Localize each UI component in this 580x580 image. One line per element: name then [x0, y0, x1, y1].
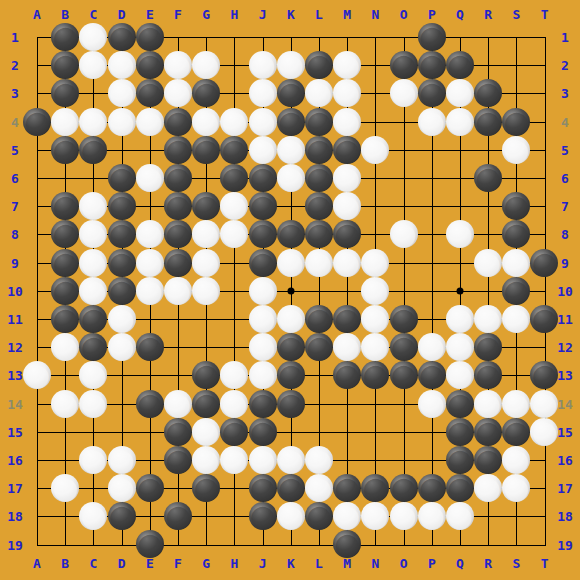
white-stone-Q4: ●: [446, 108, 474, 136]
cell-R7[interactable]: [474, 192, 502, 220]
cell-F18[interactable]: ●: [164, 502, 192, 530]
cell-F19[interactable]: [164, 530, 192, 558]
cell-B14[interactable]: ●: [51, 389, 79, 417]
white-stone-B12: ●: [51, 333, 79, 361]
black-stone-L12: ●: [305, 333, 333, 361]
col-label-top-D: D: [118, 7, 126, 22]
white-stone-E6: ●: [136, 164, 164, 192]
cell-A14[interactable]: [23, 389, 51, 417]
white-stone-Q18: ●: [446, 502, 474, 530]
row-label-left-15: 15: [7, 424, 23, 439]
row-label-left-18: 18: [7, 509, 23, 524]
cell-S11[interactable]: ●: [502, 305, 530, 333]
col-label-bottom-L: L: [315, 556, 323, 571]
cell-T2[interactable]: [530, 51, 558, 79]
white-stone-B14: ●: [51, 390, 79, 418]
cell-F16[interactable]: ●: [164, 446, 192, 474]
cell-P7[interactable]: [418, 192, 446, 220]
col-label-top-Q: Q: [456, 7, 464, 22]
cell-P14[interactable]: ●: [418, 389, 446, 417]
cell-N13[interactable]: ●: [361, 361, 389, 389]
col-label-bottom-D: D: [118, 556, 126, 571]
black-stone-G17: ●: [192, 474, 220, 502]
black-stone-F18: ●: [164, 502, 192, 530]
cell-P10[interactable]: [418, 277, 446, 305]
row-label-right-17: 17: [557, 481, 573, 496]
cell-H17[interactable]: [220, 474, 248, 502]
cell-K14[interactable]: ●: [277, 389, 305, 417]
row-label-right-14: 14: [557, 396, 573, 411]
white-stone-E10: ●: [136, 277, 164, 305]
cell-Q5[interactable]: [446, 136, 474, 164]
row-label-right-3: 3: [561, 86, 569, 101]
cell-O3[interactable]: ●: [389, 79, 417, 107]
white-stone-P4: ●: [418, 108, 446, 136]
cell-A5[interactable]: [23, 136, 51, 164]
cell-D4[interactable]: ●: [108, 108, 136, 136]
row-label-left-3: 3: [11, 86, 19, 101]
go-board: ●●●●●●●●●●●●●●●●●●●●●●●●●●●●●●●●●●●●●●●●…: [0, 0, 580, 580]
cell-A18[interactable]: [23, 502, 51, 530]
black-stone-K14: ●: [277, 390, 305, 418]
cell-G17[interactable]: ●: [192, 474, 220, 502]
cell-C18[interactable]: ●: [79, 502, 107, 530]
row-label-left-14: 14: [7, 396, 23, 411]
col-label-bottom-N: N: [371, 556, 379, 571]
white-stone-L9: ●: [305, 249, 333, 277]
cell-B19[interactable]: [51, 530, 79, 558]
cell-T5[interactable]: [530, 136, 558, 164]
cell-R9[interactable]: ●: [474, 249, 502, 277]
black-stone-E14: ●: [136, 390, 164, 418]
white-stone-S17: ●: [502, 474, 530, 502]
cell-T16[interactable]: [530, 446, 558, 474]
cell-Q19[interactable]: [446, 530, 474, 558]
row-label-left-11: 11: [7, 312, 23, 327]
cell-A15[interactable]: [23, 418, 51, 446]
cell-D13[interactable]: [108, 361, 136, 389]
cell-Q4[interactable]: ●: [446, 108, 474, 136]
cell-F12[interactable]: [164, 333, 192, 361]
col-label-top-F: F: [174, 7, 182, 22]
cell-C14[interactable]: ●: [79, 389, 107, 417]
cell-H11[interactable]: [220, 305, 248, 333]
col-label-top-L: L: [315, 7, 323, 22]
cell-A17[interactable]: [23, 474, 51, 502]
black-stone-T11: ●: [530, 305, 558, 333]
row-label-left-4: 4: [11, 114, 19, 129]
black-stone-D18: ●: [108, 502, 136, 530]
col-label-top-R: R: [484, 7, 492, 22]
cell-Q9[interactable]: [446, 249, 474, 277]
col-label-bottom-K: K: [287, 556, 295, 571]
white-stone-C2: ●: [79, 51, 107, 79]
cell-T17[interactable]: [530, 474, 558, 502]
cell-P19[interactable]: [418, 530, 446, 558]
cell-D14[interactable]: [108, 389, 136, 417]
col-label-bottom-F: F: [174, 556, 182, 571]
cell-N18[interactable]: ●: [361, 502, 389, 530]
col-label-bottom-S: S: [512, 556, 520, 571]
black-stone-G5: ●: [192, 136, 220, 164]
col-label-top-T: T: [541, 7, 549, 22]
cell-B12[interactable]: ●: [51, 333, 79, 361]
cell-P15[interactable]: [418, 418, 446, 446]
black-stone-B5: ●: [51, 136, 79, 164]
black-stone-F16: ●: [164, 446, 192, 474]
cell-T1[interactable]: [530, 23, 558, 51]
cell-T18[interactable]: [530, 502, 558, 530]
row-label-left-16: 16: [7, 453, 23, 468]
cell-F11[interactable]: [164, 305, 192, 333]
row-label-right-9: 9: [561, 255, 569, 270]
black-stone-O13: ●: [390, 361, 418, 389]
black-stone-E19: ●: [136, 530, 164, 558]
cell-H10[interactable]: [220, 277, 248, 305]
cell-T11[interactable]: ●: [530, 305, 558, 333]
cell-O14[interactable]: [389, 389, 417, 417]
col-label-top-C: C: [89, 7, 97, 22]
cell-P4[interactable]: ●: [418, 108, 446, 136]
white-stone-H16: ●: [220, 446, 248, 474]
white-stone-O8: ●: [390, 220, 418, 248]
cell-C5[interactable]: ●: [79, 136, 107, 164]
cell-H16[interactable]: ●: [220, 446, 248, 474]
white-stone-O3: ●: [390, 79, 418, 107]
cell-R4[interactable]: ●: [474, 108, 502, 136]
white-stone-S11: ●: [502, 305, 530, 333]
cell-N7[interactable]: [361, 192, 389, 220]
cell-H1[interactable]: [220, 23, 248, 51]
col-label-bottom-P: P: [428, 556, 436, 571]
cell-M14[interactable]: [333, 389, 361, 417]
cell-O6[interactable]: [389, 164, 417, 192]
cell-S5[interactable]: ●: [502, 136, 530, 164]
black-stone-M13: ●: [333, 361, 361, 389]
cell-O4[interactable]: [389, 108, 417, 136]
white-stone-M9: ●: [333, 249, 361, 277]
cell-L13[interactable]: [305, 361, 333, 389]
cell-M19[interactable]: ●: [333, 530, 361, 558]
white-stone-O18: ●: [390, 502, 418, 530]
col-label-top-P: P: [428, 7, 436, 22]
cell-R18[interactable]: [474, 502, 502, 530]
col-label-bottom-O: O: [400, 556, 408, 571]
cell-B5[interactable]: ●: [51, 136, 79, 164]
white-stone-Q8: ●: [446, 220, 474, 248]
cell-N1[interactable]: [361, 23, 389, 51]
white-stone-S5: ●: [502, 136, 530, 164]
cell-B15[interactable]: [51, 418, 79, 446]
cell-G11[interactable]: [192, 305, 220, 333]
board-grid: ●●●●●●●●●●●●●●●●●●●●●●●●●●●●●●●●●●●●●●●●…: [23, 23, 559, 559]
col-label-bottom-Q: Q: [456, 556, 464, 571]
white-stone-K18: ●: [277, 502, 305, 530]
cell-S2[interactable]: [502, 51, 530, 79]
cell-E6[interactable]: ●: [136, 164, 164, 192]
cell-Q6[interactable]: [446, 164, 474, 192]
cell-K19[interactable]: [277, 530, 305, 558]
cell-P8[interactable]: [418, 220, 446, 248]
cell-C19[interactable]: [79, 530, 107, 558]
row-label-left-13: 13: [7, 368, 23, 383]
cell-E10[interactable]: ●: [136, 277, 164, 305]
col-label-bottom-G: G: [202, 556, 210, 571]
cell-H9[interactable]: [220, 249, 248, 277]
row-label-left-2: 2: [11, 58, 19, 73]
black-stone-C5: ●: [79, 136, 107, 164]
cell-L14[interactable]: [305, 389, 333, 417]
col-label-bottom-A: A: [33, 556, 41, 571]
cell-N15[interactable]: [361, 418, 389, 446]
cell-D18[interactable]: ●: [108, 502, 136, 530]
cell-K6[interactable]: ●: [277, 164, 305, 192]
cell-A4[interactable]: ●: [23, 108, 51, 136]
cell-T15[interactable]: ●: [530, 418, 558, 446]
cell-S1[interactable]: [502, 23, 530, 51]
cell-F10[interactable]: ●: [164, 277, 192, 305]
cell-S18[interactable]: [502, 502, 530, 530]
cell-H8[interactable]: ●: [220, 220, 248, 248]
cell-K9[interactable]: ●: [277, 249, 305, 277]
black-stone-L18: ●: [305, 502, 333, 530]
white-stone-P14: ●: [418, 390, 446, 418]
row-label-right-4: 4: [561, 114, 569, 129]
col-label-top-K: K: [287, 7, 295, 22]
black-stone-R6: ●: [474, 164, 502, 192]
row-label-right-11: 11: [557, 312, 573, 327]
row-label-left-10: 10: [7, 283, 23, 298]
cell-M13[interactable]: ●: [333, 361, 361, 389]
cell-R6[interactable]: ●: [474, 164, 502, 192]
white-stone-T15: ●: [530, 418, 558, 446]
col-label-bottom-H: H: [230, 556, 238, 571]
col-label-bottom-R: R: [484, 556, 492, 571]
col-label-bottom-B: B: [61, 556, 69, 571]
row-label-right-2: 2: [561, 58, 569, 73]
cell-E17[interactable]: ●: [136, 474, 164, 502]
white-stone-H8: ●: [220, 220, 248, 248]
white-stone-A13: ●: [23, 361, 51, 389]
cell-L12[interactable]: ●: [305, 333, 333, 361]
row-label-right-18: 18: [557, 509, 573, 524]
cell-N2[interactable]: [361, 51, 389, 79]
cell-D12[interactable]: ●: [108, 333, 136, 361]
cell-D19[interactable]: [108, 530, 136, 558]
row-label-left-7: 7: [11, 199, 19, 214]
white-stone-C18: ●: [79, 502, 107, 530]
white-stone-C14: ●: [79, 390, 107, 418]
row-label-right-5: 5: [561, 142, 569, 157]
cell-S12[interactable]: [502, 333, 530, 361]
cell-A13[interactable]: ●: [23, 361, 51, 389]
white-stone-P18: ●: [418, 502, 446, 530]
cell-T6[interactable]: [530, 164, 558, 192]
cell-T4[interactable]: [530, 108, 558, 136]
cell-Q18[interactable]: ●: [446, 502, 474, 530]
cell-M15[interactable]: [333, 418, 361, 446]
col-label-bottom-E: E: [146, 556, 154, 571]
cell-E15[interactable]: [136, 418, 164, 446]
white-stone-R9: ●: [474, 249, 502, 277]
cell-R19[interactable]: [474, 530, 502, 558]
row-label-right-13: 13: [557, 368, 573, 383]
row-label-left-6: 6: [11, 171, 19, 186]
row-label-right-1: 1: [561, 30, 569, 45]
cell-B17[interactable]: ●: [51, 474, 79, 502]
col-label-top-H: H: [230, 7, 238, 22]
col-label-bottom-M: M: [343, 556, 351, 571]
cell-L19[interactable]: [305, 530, 333, 558]
col-label-top-J: J: [259, 7, 267, 22]
white-stone-D4: ●: [108, 108, 136, 136]
row-label-left-17: 17: [7, 481, 23, 496]
cell-R17[interactable]: ●: [474, 474, 502, 502]
white-stone-D12: ●: [108, 333, 136, 361]
cell-R1[interactable]: [474, 23, 502, 51]
col-label-top-G: G: [202, 7, 210, 22]
row-label-right-12: 12: [557, 340, 573, 355]
row-label-left-5: 5: [11, 142, 19, 157]
black-stone-R4: ●: [474, 108, 502, 136]
cell-A9[interactable]: [23, 249, 51, 277]
cell-A6[interactable]: [23, 164, 51, 192]
white-stone-K6: ●: [277, 164, 305, 192]
cell-L9[interactable]: ●: [305, 249, 333, 277]
cell-G18[interactable]: [192, 502, 220, 530]
cell-P9[interactable]: [418, 249, 446, 277]
cell-O5[interactable]: [389, 136, 417, 164]
white-stone-R17: ●: [474, 474, 502, 502]
white-stone-E4: ●: [136, 108, 164, 136]
cell-J18[interactable]: ●: [249, 502, 277, 530]
row-label-right-7: 7: [561, 199, 569, 214]
cell-H19[interactable]: [220, 530, 248, 558]
cell-M9[interactable]: ●: [333, 249, 361, 277]
white-stone-F10: ●: [164, 277, 192, 305]
black-stone-T9: ●: [530, 249, 558, 277]
cell-O19[interactable]: [389, 530, 417, 558]
col-label-bottom-C: C: [89, 556, 97, 571]
white-stone-C16: ●: [79, 446, 107, 474]
col-label-top-N: N: [371, 7, 379, 22]
col-label-top-B: B: [61, 7, 69, 22]
white-stone-K9: ●: [277, 249, 305, 277]
black-stone-M19: ●: [333, 530, 361, 558]
row-label-left-9: 9: [11, 255, 19, 270]
cell-C2[interactable]: ●: [79, 51, 107, 79]
cell-A1[interactable]: [23, 23, 51, 51]
cell-A16[interactable]: [23, 446, 51, 474]
white-stone-N18: ●: [361, 502, 389, 530]
cell-T7[interactable]: [530, 192, 558, 220]
cell-Q8[interactable]: ●: [446, 220, 474, 248]
cell-A11[interactable]: [23, 305, 51, 333]
row-label-left-8: 8: [11, 227, 19, 242]
black-stone-E12: ●: [136, 333, 164, 361]
cell-A19[interactable]: [23, 530, 51, 558]
cell-A8[interactable]: [23, 220, 51, 248]
col-label-top-A: A: [33, 7, 41, 22]
cell-N5[interactable]: ●: [361, 136, 389, 164]
white-stone-G10: ●: [192, 277, 220, 305]
col-label-top-M: M: [343, 7, 351, 22]
cell-P6[interactable]: [418, 164, 446, 192]
cell-G10[interactable]: ●: [192, 277, 220, 305]
cell-C16[interactable]: ●: [79, 446, 107, 474]
cell-O15[interactable]: [389, 418, 417, 446]
cell-A10[interactable]: [23, 277, 51, 305]
cell-N14[interactable]: [361, 389, 389, 417]
cell-G5[interactable]: ●: [192, 136, 220, 164]
col-label-top-S: S: [512, 7, 520, 22]
cell-H2[interactable]: [220, 51, 248, 79]
row-label-right-19: 19: [557, 537, 573, 552]
col-label-top-E: E: [146, 7, 154, 22]
cell-E19[interactable]: ●: [136, 530, 164, 558]
white-stone-N5: ●: [361, 136, 389, 164]
cell-J19[interactable]: [249, 530, 277, 558]
row-label-right-15: 15: [557, 424, 573, 439]
row-label-left-19: 19: [7, 537, 23, 552]
cell-L18[interactable]: ●: [305, 502, 333, 530]
cell-S17[interactable]: ●: [502, 474, 530, 502]
cell-E14[interactable]: ●: [136, 389, 164, 417]
row-label-right-10: 10: [557, 283, 573, 298]
cell-N6[interactable]: [361, 164, 389, 192]
cell-E4[interactable]: ●: [136, 108, 164, 136]
cell-T9[interactable]: ●: [530, 249, 558, 277]
black-stone-N13: ●: [361, 361, 389, 389]
cell-P18[interactable]: ●: [418, 502, 446, 530]
cell-T3[interactable]: [530, 79, 558, 107]
cell-A7[interactable]: [23, 192, 51, 220]
cell-K18[interactable]: ●: [277, 502, 305, 530]
col-label-bottom-T: T: [541, 556, 549, 571]
cell-T19[interactable]: [530, 530, 558, 558]
row-label-right-6: 6: [561, 171, 569, 186]
cell-P5[interactable]: [418, 136, 446, 164]
black-stone-E17: ●: [136, 474, 164, 502]
cell-H18[interactable]: [220, 502, 248, 530]
cell-E12[interactable]: ●: [136, 333, 164, 361]
cell-B18[interactable]: [51, 502, 79, 530]
row-label-right-16: 16: [557, 453, 573, 468]
black-stone-J18: ●: [249, 502, 277, 530]
white-stone-B17: ●: [51, 474, 79, 502]
cell-S19[interactable]: [502, 530, 530, 558]
cell-O8[interactable]: ●: [389, 220, 417, 248]
row-label-right-8: 8: [561, 227, 569, 242]
row-label-left-1: 1: [11, 30, 19, 45]
row-label-left-12: 12: [7, 340, 23, 355]
cell-O13[interactable]: ●: [389, 361, 417, 389]
cell-N3[interactable]: [361, 79, 389, 107]
col-label-top-O: O: [400, 7, 408, 22]
cell-O18[interactable]: ●: [389, 502, 417, 530]
black-stone-A4: ●: [23, 108, 51, 136]
cell-N19[interactable]: [361, 530, 389, 558]
cell-G19[interactable]: [192, 530, 220, 558]
cell-O9[interactable]: [389, 249, 417, 277]
col-label-bottom-J: J: [259, 556, 267, 571]
cell-A2[interactable]: [23, 51, 51, 79]
